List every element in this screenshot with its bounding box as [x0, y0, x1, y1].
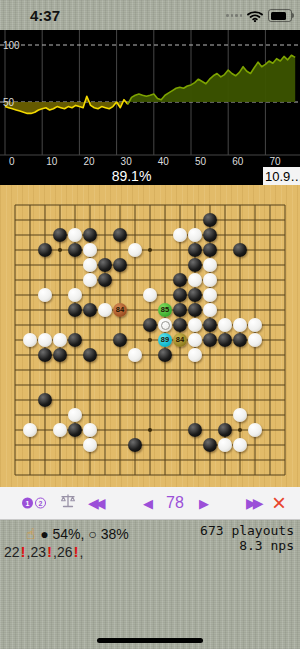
fast-forward-button[interactable]: ▶▶ [246, 496, 264, 510]
stone-white [248, 318, 262, 332]
mistake-exclamation: ! [74, 543, 79, 560]
stone-white [98, 303, 112, 317]
stone-black [188, 303, 202, 317]
stone-white [68, 408, 82, 422]
phone-screen: 4:37 10050010203040506070 89.1% 10.9… 84… [0, 0, 300, 649]
stone-white [188, 333, 202, 347]
stone-black [98, 258, 112, 272]
stone-white [23, 333, 37, 347]
go-board[interactable]: 84858984 [0, 185, 300, 487]
status-bar: 4:37 [0, 0, 300, 30]
stone-white [38, 288, 52, 302]
stone-black [38, 243, 52, 257]
stone-black [68, 423, 82, 437]
stone-black [68, 333, 82, 347]
svg-text:20: 20 [83, 156, 95, 167]
svg-text:70: 70 [269, 156, 281, 167]
stone-black [68, 243, 82, 257]
step-forward-button[interactable]: ▶ [199, 497, 209, 510]
move-number-badge: 84 [176, 336, 184, 344]
stone-black [128, 438, 142, 452]
svg-text:40: 40 [158, 156, 170, 167]
stone-black [173, 318, 187, 332]
circle-1-icon: 1 [22, 498, 33, 509]
close-button[interactable]: × [272, 491, 286, 515]
mistake-move-number: 22 [4, 544, 20, 560]
stone-black [113, 258, 127, 272]
stone-black [158, 348, 172, 362]
nps-label: 8.3 nps [239, 538, 294, 553]
status-icons [226, 9, 292, 22]
mistake-exclamation: ! [21, 543, 26, 560]
stone-black [188, 423, 202, 437]
move-number-badge: 89 [161, 336, 169, 344]
stone-black [218, 423, 232, 437]
stone-black [143, 318, 157, 332]
playouts-label: 673 playouts [200, 523, 294, 538]
move-number-badge: 84 [116, 306, 124, 314]
stone-white [143, 288, 157, 302]
stone-white [233, 318, 247, 332]
marker-stone-85: 85 [158, 303, 172, 317]
stone-white [128, 348, 142, 362]
stone-white [68, 288, 82, 302]
winrate-bar: 89.1% 10.9… [0, 167, 300, 185]
stone-black [173, 303, 187, 317]
mistake-move-list: 22!,23!,26!, [4, 543, 83, 560]
stone-white [173, 228, 187, 242]
svg-text:10: 10 [46, 156, 58, 167]
stone-white [83, 243, 97, 257]
stone-black [188, 243, 202, 257]
clock: 4:37 [30, 7, 60, 24]
svg-text:50: 50 [195, 156, 207, 167]
marker-stone-84: 84 [113, 303, 127, 317]
scales-icon [60, 494, 76, 509]
move-number-badge: 85 [161, 306, 169, 314]
stone-white [188, 318, 202, 332]
stone-black [83, 348, 97, 362]
territory-estimate-text: ● 54%, ○ 38% [40, 526, 129, 542]
stone-white [248, 423, 262, 437]
stone-black [233, 333, 247, 347]
wifi-icon [247, 10, 263, 22]
score-estimate-button[interactable] [60, 494, 76, 513]
fast-rewind-button[interactable]: ◀◀ [88, 496, 106, 510]
marker-stone-84: 84 [173, 333, 187, 347]
stone-white [38, 333, 52, 347]
circle-marker-icon [161, 321, 170, 330]
stone-white [203, 303, 217, 317]
stone-black [233, 243, 247, 257]
stone-white [53, 333, 67, 347]
stone-white [128, 243, 142, 257]
pointing-hand-icon: ☝ [26, 525, 35, 543]
svg-text:50: 50 [3, 97, 15, 108]
stone-white [203, 258, 217, 272]
stone-white [218, 318, 232, 332]
stone-black [53, 228, 67, 242]
engine-stats: 673 playouts8.3 nps [200, 523, 294, 553]
stone-black [188, 288, 202, 302]
stone-white [83, 438, 97, 452]
stone-white [233, 408, 247, 422]
mistake-move-number: ,23 [27, 544, 46, 560]
home-indicator[interactable] [97, 638, 203, 643]
stone-black [203, 243, 217, 257]
stone-black [53, 348, 67, 362]
stone-black [113, 228, 127, 242]
stone-white [203, 273, 217, 287]
stone-black [203, 438, 217, 452]
svg-text:100: 100 [3, 40, 20, 51]
stone-black [68, 303, 82, 317]
stone-black [203, 213, 217, 227]
stone-white-circle-marker [158, 318, 172, 332]
stone-white [188, 273, 202, 287]
mistake-exclamation: ! [47, 543, 52, 560]
stone-black [173, 273, 187, 287]
stone-white [203, 288, 217, 302]
move-numbers-toggle-button[interactable]: 1 2 [22, 498, 46, 509]
circle-2-icon: 2 [35, 498, 46, 509]
svg-text:0: 0 [9, 156, 15, 167]
svg-text:30: 30 [121, 156, 133, 167]
cellular-dots-icon [226, 14, 242, 17]
stone-white [188, 348, 202, 362]
mistake-move-number: , [80, 544, 84, 560]
stone-white [23, 423, 37, 437]
stone-white [83, 258, 97, 272]
marker-stone-89: 89 [158, 333, 172, 347]
mistake-move-number: ,26 [53, 544, 72, 560]
stone-black [113, 333, 127, 347]
stone-black [38, 348, 52, 362]
stone-white [188, 228, 202, 242]
stone-white [83, 273, 97, 287]
move-number-label[interactable]: 78 [157, 494, 193, 512]
stone-white [68, 228, 82, 242]
stone-black [98, 273, 112, 287]
stone-black [203, 228, 217, 242]
stone-black [203, 318, 217, 332]
stone-white [218, 438, 232, 452]
stone-black [83, 228, 97, 242]
battery-icon [268, 9, 292, 22]
stone-black [38, 393, 52, 407]
white-winrate-label: 10.9… [263, 167, 300, 185]
black-winrate-label: 89.1% [0, 167, 263, 185]
winrate-chart-plot[interactable]: 10050010203040506070 [0, 30, 300, 167]
stone-white [53, 423, 67, 437]
stone-white [83, 423, 97, 437]
stone-black [203, 333, 217, 347]
score-line: ☝ ● 54%, ○ 38% [26, 525, 129, 543]
stone-black [188, 258, 202, 272]
stone-white [248, 333, 262, 347]
control-bar: 1 2 ◀◀ ◀ 78 ▶ ▶▶ × [0, 487, 300, 520]
step-back-button[interactable]: ◀ [143, 497, 153, 510]
engine-status-area: ☝ ● 54%, ○ 38% 673 playouts8.3 nps 22!,2… [0, 520, 300, 649]
stone-white [233, 438, 247, 452]
svg-text:60: 60 [232, 156, 244, 167]
stone-black [218, 333, 232, 347]
stone-black [83, 303, 97, 317]
stone-black [173, 288, 187, 302]
winrate-chart[interactable]: 10050010203040506070 89.1% 10.9… [0, 30, 300, 185]
